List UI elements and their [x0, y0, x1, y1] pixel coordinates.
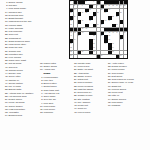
cell-number: 44 [105, 32, 107, 33]
cell-number: 41 [70, 32, 72, 33]
clue-text: Whirlpool [43, 111, 71, 114]
cell-number: 29 [116, 16, 118, 17]
clue-column-down-middle: 13Theater sign19Miner's find21Sister, fo… [73, 62, 105, 142]
cell-number: 16 [74, 9, 76, 10]
cell-number: 46 [112, 32, 114, 33]
clue-item: 64Building wing [4, 114, 41, 117]
cell-number: 61 [112, 43, 114, 44]
clue-text: Knee's place [77, 111, 105, 114]
cell-number: 71 [120, 55, 122, 56]
cell-number: 63 [93, 47, 95, 48]
cell-number: 66 [82, 51, 84, 52]
cell-number: 45 [108, 32, 110, 33]
clue-item: 67Animal doc [39, 68, 71, 71]
cell-number: 10 [105, 5, 107, 6]
cell-number: 47 [116, 32, 118, 33]
cell-number: 9 [97, 5, 98, 6]
cell-number: 39 [82, 28, 84, 29]
cell-number: 52 [101, 35, 103, 36]
cell-number: 24 [105, 12, 107, 13]
cell-number: 17 [89, 9, 91, 10]
cell-number: 14 [120, 5, 122, 6]
cell-number: 37 [101, 24, 103, 25]
cell-number: 62 [70, 47, 72, 48]
clue-number: 64 [4, 114, 8, 117]
clue-item: 48Knee's place [73, 111, 105, 114]
cell-number: 68 [112, 51, 114, 52]
clue-item: 66Possess [107, 104, 148, 107]
clue-text: Possess [111, 104, 148, 107]
cell-number: 21 [82, 12, 84, 13]
cell-number: 2 [85, 1, 86, 2]
cell-number: 43 [82, 32, 84, 33]
cell-number: 19 [108, 9, 110, 10]
cell-number: 51 [93, 35, 95, 36]
cell-number: 31 [82, 20, 84, 21]
cell-number: 5 [74, 5, 75, 6]
cell-number: 48 [124, 32, 126, 33]
cell-number: 18 [101, 9, 103, 10]
cell-number: 30 [70, 20, 72, 21]
cell-number: 42 [74, 32, 76, 33]
cell-number: 69 [70, 55, 72, 56]
cell-number: 65 [70, 51, 72, 52]
cell-number: 50 [78, 35, 80, 36]
cell-number: 35 [70, 24, 72, 25]
cell-number: 26 [74, 16, 76, 17]
cell-number: 40 [85, 28, 87, 29]
cell-number: 15 [124, 5, 126, 6]
cell-number: 67 [93, 51, 95, 52]
clue-number: 48 [73, 111, 77, 114]
clue-column-across-end-down-start: 65Pigpen sites66Snake sound67Animal docD… [39, 62, 71, 142]
cell-number: 59 [93, 43, 95, 44]
cell-number: 57 [120, 39, 122, 40]
cell-number: 20 [70, 12, 72, 13]
cell-number: 32 [89, 20, 91, 21]
cell-number: 25 [120, 12, 122, 13]
cell-number: 33 [105, 20, 107, 21]
grid-cell[interactable] [124, 55, 127, 58]
clue-text: Animal doc [43, 68, 71, 71]
cell-number: 11 [108, 5, 109, 6]
clue-number: 66 [107, 104, 111, 107]
cell-number: 1 [70, 1, 71, 2]
cell-number: 56 [108, 39, 110, 40]
cell-number: 13 [116, 5, 118, 6]
cell-number: 6 [78, 5, 79, 6]
clue-number: 67 [39, 68, 43, 71]
cell-number: 4 [70, 5, 71, 6]
clue-number: 12 [39, 111, 43, 114]
clue-column-down-right: 51Arctic native53Drama division54Polka c… [107, 62, 148, 142]
cell-number: 58 [70, 43, 72, 44]
cell-number: 3 [93, 1, 94, 2]
clue-text: Building wing [8, 114, 41, 117]
cell-number: 27 [93, 16, 95, 17]
cell-number: 38 [116, 24, 118, 25]
cell-number: 36 [97, 24, 99, 25]
cell-number: 23 [97, 12, 99, 13]
clue-item: 12Whirlpool [39, 111, 71, 114]
clue-column-across-left: 1Sched. guess5Not fake9Plod along slowly… [4, 1, 41, 140]
cell-number: 70 [101, 55, 103, 56]
cell-number: 55 [93, 39, 95, 40]
cell-number: 64 [112, 47, 114, 48]
cell-number: 28 [112, 16, 114, 17]
crossword-page: 1234567891011121314151617181920212223242… [0, 0, 150, 150]
cell-number: 60 [105, 43, 107, 44]
cell-number: 34 [108, 20, 110, 21]
cell-number: 22 [85, 12, 87, 13]
cell-number: 7 [82, 5, 83, 6]
cell-number: 53 [108, 35, 110, 36]
cell-number: 49 [70, 35, 72, 36]
cell-number: 8 [93, 5, 94, 6]
cell-number: 54 [74, 39, 76, 40]
crossword-grid[interactable]: 1234567891011121314151617181920212223242… [69, 0, 128, 59]
cell-number: 12 [112, 5, 114, 6]
